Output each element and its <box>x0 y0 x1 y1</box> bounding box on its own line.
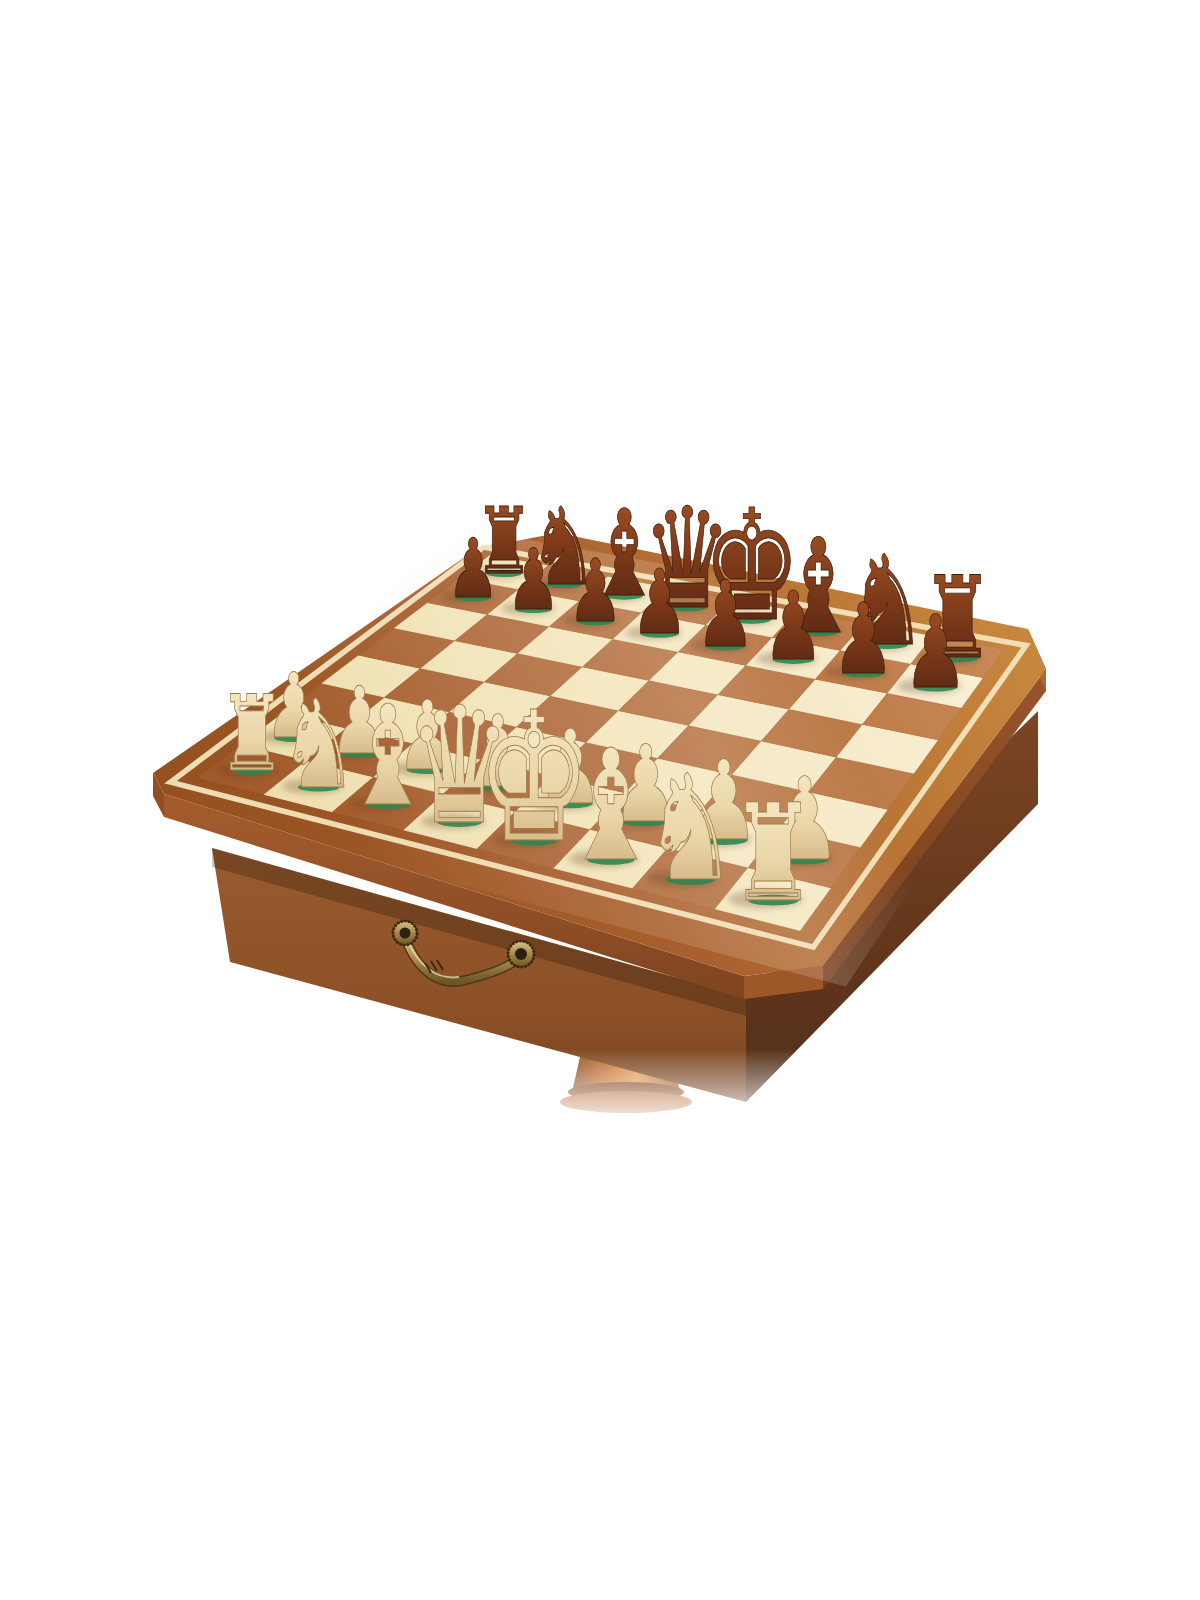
handle-rosette-right-center <box>515 948 527 960</box>
piece-glyph: ♟ <box>903 592 968 710</box>
chess-table-svg: ♜♞♝♟♛♟♚♟♝♟♞♟♜♟♟♟♟♟♟♜♟♞♟♝♟♛♟♚♟♝♞♜ <box>0 0 1200 1600</box>
piece-white-rook-h1: ♜ <box>728 775 817 932</box>
piece-black-pawn-g7: ♟ <box>826 582 895 696</box>
piece-glyph: ♟ <box>631 550 689 653</box>
piece-glyph: ♜ <box>730 775 817 932</box>
piece-black-pawn-h7: ♟ <box>897 592 968 710</box>
piece-glyph: ♟ <box>832 582 895 696</box>
piece-white-rook-a1: ♜ <box>217 673 286 796</box>
piece-black-pawn-b7: ♟ <box>501 531 561 629</box>
piece-black-pawn-a7: ♟ <box>442 521 500 616</box>
piece-glyph: ♜ <box>218 673 286 796</box>
piece-glyph: ♟ <box>696 561 755 668</box>
piece-black-pawn-e7: ♟ <box>690 561 755 668</box>
chess-table-photo: ♜♞♝♟♛♟♚♟♝♟♞♟♜♟♟♟♟♟♟♜♟♞♟♝♟♛♟♚♟♝♞♜ <box>0 0 1200 1600</box>
piece-glyph: ♟ <box>763 571 824 681</box>
piece-white-knight-g1: ♞ <box>643 744 738 914</box>
piece-glyph: ♟ <box>506 531 560 629</box>
piece-glyph: ♟ <box>568 540 624 641</box>
handle-rosette-left-center <box>400 928 411 939</box>
piece-black-pawn-d7: ♟ <box>625 550 688 653</box>
piece-black-pawn-c7: ♟ <box>562 540 623 641</box>
bottom-fade <box>120 1048 1120 1158</box>
bottom-white <box>0 1150 1200 1600</box>
piece-glyph: ♞ <box>643 744 738 914</box>
piece-black-pawn-f7: ♟ <box>757 571 824 681</box>
piece-glyph: ♟ <box>447 521 500 616</box>
